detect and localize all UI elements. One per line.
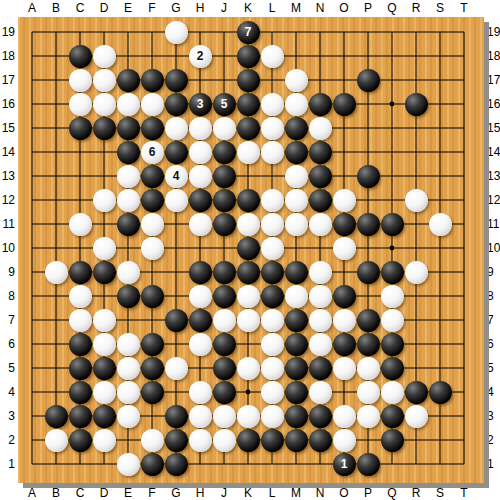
stone-white[interactable]	[405, 261, 428, 284]
stone-white[interactable]	[45, 261, 68, 284]
col-label-top: H	[188, 1, 212, 15]
stone-black[interactable]	[381, 333, 404, 356]
stone-black[interactable]	[285, 117, 308, 140]
stone-white[interactable]	[69, 93, 92, 116]
stone-black[interactable]	[141, 117, 164, 140]
stone-white[interactable]	[285, 165, 308, 188]
stone-white[interactable]	[309, 117, 332, 140]
stone-black[interactable]	[237, 45, 260, 68]
col-label-top: S	[428, 1, 452, 15]
stone-black[interactable]	[405, 381, 428, 404]
stone-white[interactable]	[405, 405, 428, 428]
stone-black[interactable]	[381, 429, 404, 452]
stone-black[interactable]	[117, 117, 140, 140]
stone-black[interactable]	[333, 333, 356, 356]
stone-white[interactable]	[333, 309, 356, 332]
row-label-left: 1	[0, 457, 15, 471]
row-label-right: 9	[487, 265, 500, 279]
stone-white[interactable]	[309, 285, 332, 308]
row-label-left: 16	[0, 97, 15, 111]
stone-black[interactable]	[237, 429, 260, 452]
stone-black[interactable]	[309, 165, 332, 188]
stone-black[interactable]	[357, 69, 380, 92]
row-label-left: 3	[0, 409, 15, 423]
col-label-bottom: L	[260, 486, 284, 500]
stone-white[interactable]	[261, 213, 284, 236]
col-label-bottom: Q	[380, 486, 404, 500]
stone-black[interactable]	[45, 405, 68, 428]
col-label-bottom: D	[92, 486, 116, 500]
col-label-top: N	[308, 1, 332, 15]
stone-black[interactable]	[357, 333, 380, 356]
stone-black[interactable]	[213, 333, 236, 356]
goban[interactable]: 7235641	[18, 17, 484, 483]
col-label-bottom: B	[44, 486, 68, 500]
stone-black[interactable]	[165, 69, 188, 92]
col-label-bottom: M	[284, 486, 308, 500]
stone-black[interactable]	[285, 261, 308, 284]
row-label-right: 5	[487, 361, 500, 375]
stone-white[interactable]	[405, 189, 428, 212]
col-label-bottom: T	[452, 486, 476, 500]
stone-white[interactable]	[141, 429, 164, 452]
stone-black[interactable]	[213, 285, 236, 308]
stone-black[interactable]	[213, 189, 236, 212]
stone-white[interactable]	[237, 309, 260, 332]
stone-black[interactable]	[429, 381, 452, 404]
stone-black[interactable]	[213, 165, 236, 188]
stone-black[interactable]	[333, 285, 356, 308]
stone-white[interactable]	[165, 357, 188, 380]
row-label-left: 4	[0, 385, 15, 399]
stone-white[interactable]	[309, 381, 332, 404]
star-point	[390, 246, 395, 251]
go-game-screenshot: ABCDEFGHJKLMNOPQRST ABCDEFGHJKLMNOPQRST …	[0, 0, 500, 500]
stone-white[interactable]	[261, 45, 284, 68]
stone-black[interactable]	[213, 141, 236, 164]
stone-white[interactable]	[141, 237, 164, 260]
stone-black[interactable]	[165, 429, 188, 452]
stone-white[interactable]	[69, 213, 92, 236]
stone-black[interactable]	[141, 357, 164, 380]
stone-black[interactable]	[285, 309, 308, 332]
stone-black[interactable]	[69, 45, 92, 68]
stone-black[interactable]	[117, 69, 140, 92]
stone-white[interactable]	[117, 333, 140, 356]
stone-black[interactable]	[381, 357, 404, 380]
stone-white[interactable]	[285, 189, 308, 212]
col-label-bottom: R	[404, 486, 428, 500]
stone-white[interactable]	[285, 93, 308, 116]
stone-white[interactable]	[165, 117, 188, 140]
stone-black[interactable]	[213, 261, 236, 284]
stone-black[interactable]	[117, 213, 140, 236]
stone-white[interactable]	[117, 93, 140, 116]
stone-white[interactable]	[357, 381, 380, 404]
col-label-bottom: E	[116, 486, 140, 500]
stone-white[interactable]	[333, 189, 356, 212]
stone-white[interactable]	[357, 357, 380, 380]
stone-black[interactable]	[309, 141, 332, 164]
stone-black[interactable]	[117, 285, 140, 308]
col-label-top: L	[260, 1, 284, 15]
stone-black[interactable]	[189, 309, 212, 332]
col-label-top: P	[356, 1, 380, 15]
stone-white[interactable]	[189, 285, 212, 308]
stone-black[interactable]	[285, 381, 308, 404]
stone-white-move-4[interactable]: 4	[165, 165, 188, 188]
stone-black[interactable]	[357, 213, 380, 236]
stone-black-move-1[interactable]: 1	[333, 453, 356, 476]
stone-black[interactable]	[69, 117, 92, 140]
stone-black[interactable]	[285, 429, 308, 452]
stone-white[interactable]	[45, 429, 68, 452]
stone-black[interactable]	[69, 261, 92, 284]
stone-white[interactable]	[261, 117, 284, 140]
col-label-bottom: A	[20, 486, 44, 500]
row-label-right: 4	[487, 385, 500, 399]
stone-white[interactable]	[309, 261, 332, 284]
col-label-top: J	[212, 1, 236, 15]
stone-black[interactable]	[141, 189, 164, 212]
col-label-bottom: H	[188, 486, 212, 500]
col-label-top: F	[140, 1, 164, 15]
row-label-right: 17	[487, 73, 500, 87]
row-label-left: 15	[0, 121, 15, 135]
stone-white[interactable]	[117, 381, 140, 404]
stone-black[interactable]	[309, 429, 332, 452]
col-label-top: B	[44, 1, 68, 15]
stone-white[interactable]	[261, 237, 284, 260]
stone-white[interactable]	[93, 45, 116, 68]
row-label-right: 6	[487, 337, 500, 351]
row-label-right: 10	[487, 241, 500, 255]
row-label-right: 11	[487, 217, 500, 231]
stone-black[interactable]	[357, 453, 380, 476]
col-label-top: M	[284, 1, 308, 15]
stone-white[interactable]	[117, 357, 140, 380]
stone-white[interactable]	[261, 93, 284, 116]
stone-white[interactable]	[261, 189, 284, 212]
col-label-top: Q	[380, 1, 404, 15]
stone-black[interactable]	[141, 453, 164, 476]
stone-black[interactable]	[309, 93, 332, 116]
col-label-bottom: P	[356, 486, 380, 500]
stone-black[interactable]	[237, 261, 260, 284]
stone-white[interactable]	[237, 405, 260, 428]
stone-white[interactable]	[309, 309, 332, 332]
row-label-left: 10	[0, 241, 15, 255]
stone-white[interactable]	[189, 381, 212, 404]
stone-black[interactable]	[333, 213, 356, 236]
stone-white[interactable]	[93, 381, 116, 404]
row-label-right: 3	[487, 409, 500, 423]
row-label-right: 16	[487, 97, 500, 111]
col-label-top: O	[332, 1, 356, 15]
stone-white[interactable]	[237, 213, 260, 236]
stone-black[interactable]	[237, 117, 260, 140]
stone-black[interactable]	[381, 405, 404, 428]
stone-black[interactable]	[141, 69, 164, 92]
row-label-right: 18	[487, 49, 500, 63]
stone-black[interactable]	[309, 189, 332, 212]
stone-white[interactable]	[285, 213, 308, 236]
stone-white[interactable]	[237, 141, 260, 164]
stone-black[interactable]	[237, 69, 260, 92]
row-label-right: 7	[487, 313, 500, 327]
stone-white[interactable]	[213, 429, 236, 452]
stone-black[interactable]	[93, 405, 116, 428]
stone-black[interactable]	[237, 237, 260, 260]
stone-white[interactable]	[189, 165, 212, 188]
stone-black[interactable]	[357, 165, 380, 188]
stone-white[interactable]	[93, 309, 116, 332]
stone-black[interactable]	[213, 381, 236, 404]
row-label-left: 13	[0, 169, 15, 183]
stone-white[interactable]	[165, 189, 188, 212]
col-label-top: T	[452, 1, 476, 15]
stone-black[interactable]	[69, 333, 92, 356]
stone-black[interactable]	[285, 141, 308, 164]
stone-white[interactable]	[69, 69, 92, 92]
row-label-right: 8	[487, 289, 500, 303]
stone-black[interactable]	[357, 309, 380, 332]
col-label-top: R	[404, 1, 428, 15]
stone-black[interactable]	[165, 309, 188, 332]
row-label-right: 12	[487, 193, 500, 207]
row-label-left: 8	[0, 289, 15, 303]
stone-white[interactable]	[285, 285, 308, 308]
stone-white[interactable]	[333, 357, 356, 380]
col-label-bottom: K	[236, 486, 260, 500]
stone-black[interactable]	[69, 381, 92, 404]
stone-black[interactable]	[141, 381, 164, 404]
row-label-left: 14	[0, 145, 15, 159]
stone-black[interactable]	[381, 261, 404, 284]
stone-white[interactable]	[189, 333, 212, 356]
stone-white[interactable]	[261, 141, 284, 164]
row-label-left: 7	[0, 313, 15, 327]
star-point	[246, 390, 251, 395]
stone-white[interactable]	[261, 381, 284, 404]
col-label-top: A	[20, 1, 44, 15]
stone-black[interactable]	[237, 93, 260, 116]
row-label-left: 2	[0, 433, 15, 447]
stone-black[interactable]	[93, 261, 116, 284]
stone-black[interactable]	[213, 357, 236, 380]
row-label-left: 12	[0, 193, 15, 207]
stone-white[interactable]	[261, 405, 284, 428]
stone-black[interactable]	[141, 165, 164, 188]
stone-white[interactable]	[69, 285, 92, 308]
stone-black[interactable]	[261, 285, 284, 308]
stone-white[interactable]	[237, 285, 260, 308]
stone-white[interactable]	[189, 141, 212, 164]
stone-black[interactable]	[189, 261, 212, 284]
stone-black[interactable]	[405, 93, 428, 116]
row-label-right: 14	[487, 145, 500, 159]
stone-black[interactable]	[165, 405, 188, 428]
row-label-left: 19	[0, 25, 15, 39]
stone-white[interactable]	[117, 405, 140, 428]
stone-white[interactable]	[117, 453, 140, 476]
stone-white[interactable]	[261, 333, 284, 356]
stone-black[interactable]	[165, 93, 188, 116]
stone-black[interactable]	[381, 213, 404, 236]
col-label-top: G	[164, 1, 188, 15]
stone-white[interactable]	[189, 405, 212, 428]
stone-white[interactable]	[285, 69, 308, 92]
stone-black-move-7[interactable]: 7	[237, 21, 260, 44]
col-label-bottom: S	[428, 486, 452, 500]
stone-black[interactable]	[189, 189, 212, 212]
stone-white[interactable]	[165, 21, 188, 44]
stone-black[interactable]	[117, 141, 140, 164]
row-label-right: 13	[487, 169, 500, 183]
row-label-right: 15	[487, 121, 500, 135]
col-label-bottom: G	[164, 486, 188, 500]
stone-white[interactable]	[141, 213, 164, 236]
star-point	[390, 102, 395, 107]
stone-white[interactable]	[117, 165, 140, 188]
stone-white[interactable]	[93, 429, 116, 452]
col-label-bottom: O	[332, 486, 356, 500]
stone-black[interactable]	[309, 405, 332, 428]
stone-white[interactable]	[381, 309, 404, 332]
stone-black[interactable]	[93, 357, 116, 380]
col-label-top: C	[68, 1, 92, 15]
row-label-right: 1	[487, 457, 500, 471]
stone-white[interactable]	[381, 285, 404, 308]
stone-black[interactable]	[309, 357, 332, 380]
stone-black[interactable]	[69, 429, 92, 452]
stone-white[interactable]	[213, 405, 236, 428]
row-label-left: 18	[0, 49, 15, 63]
stone-black-move-5[interactable]: 5	[213, 93, 236, 116]
col-label-top: K	[236, 1, 260, 15]
stone-black-move-3[interactable]: 3	[189, 93, 212, 116]
row-label-left: 17	[0, 73, 15, 87]
stone-white[interactable]	[93, 333, 116, 356]
stone-white[interactable]	[213, 117, 236, 140]
stone-white[interactable]	[189, 117, 212, 140]
stone-black[interactable]	[261, 261, 284, 284]
stone-black[interactable]	[69, 357, 92, 380]
stone-white[interactable]	[333, 429, 356, 452]
stone-white[interactable]	[117, 261, 140, 284]
stone-white[interactable]	[93, 237, 116, 260]
stone-white[interactable]	[117, 189, 140, 212]
stone-black[interactable]	[357, 261, 380, 284]
stone-black[interactable]	[165, 141, 188, 164]
stone-white[interactable]	[357, 405, 380, 428]
stone-black[interactable]	[93, 117, 116, 140]
stone-white[interactable]	[93, 93, 116, 116]
stone-white[interactable]	[141, 93, 164, 116]
col-label-bottom: C	[68, 486, 92, 500]
stone-black[interactable]	[261, 429, 284, 452]
col-label-bottom: J	[212, 486, 236, 500]
stone-white[interactable]	[333, 237, 356, 260]
stone-white[interactable]	[93, 189, 116, 212]
col-label-bottom: F	[140, 486, 164, 500]
row-label-left: 11	[0, 217, 15, 231]
row-label-left: 6	[0, 337, 15, 351]
row-label-left: 5	[0, 361, 15, 375]
stone-black[interactable]	[285, 333, 308, 356]
stone-black[interactable]	[141, 285, 164, 308]
col-label-top: D	[92, 1, 116, 15]
stone-white[interactable]	[309, 333, 332, 356]
stone-black[interactable]	[285, 405, 308, 428]
stone-white[interactable]	[93, 69, 116, 92]
stone-black[interactable]	[165, 453, 188, 476]
stone-white[interactable]	[237, 357, 260, 380]
stone-black[interactable]	[237, 189, 260, 212]
row-label-right: 2	[487, 433, 500, 447]
row-label-right: 19	[487, 25, 500, 39]
col-label-bottom: N	[308, 486, 332, 500]
stone-white[interactable]	[261, 357, 284, 380]
col-label-top: E	[116, 1, 140, 15]
stone-white[interactable]	[189, 213, 212, 236]
stone-white[interactable]	[309, 213, 332, 236]
stone-white[interactable]	[189, 429, 212, 452]
stone-black[interactable]	[333, 93, 356, 116]
stone-black[interactable]	[213, 213, 236, 236]
stone-white[interactable]	[381, 381, 404, 404]
stone-white[interactable]	[333, 405, 356, 428]
stone-white[interactable]	[213, 309, 236, 332]
stone-white-move-6[interactable]: 6	[141, 141, 164, 164]
stone-black[interactable]	[285, 357, 308, 380]
stone-black[interactable]	[69, 405, 92, 428]
row-label-left: 9	[0, 265, 15, 279]
stone-white-move-2[interactable]: 2	[189, 45, 212, 68]
stone-white[interactable]	[69, 309, 92, 332]
stone-white[interactable]	[261, 309, 284, 332]
stone-black[interactable]	[141, 333, 164, 356]
stone-white[interactable]	[429, 213, 452, 236]
